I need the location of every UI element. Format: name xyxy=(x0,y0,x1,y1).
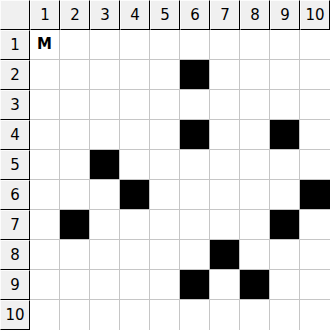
row-header-1: 1 xyxy=(0,30,30,60)
cell-r1c5[interactable] xyxy=(150,30,180,60)
row-header-8: 8 xyxy=(0,240,30,270)
cell-r9c3[interactable] xyxy=(90,270,120,300)
cell-r5c5[interactable] xyxy=(150,150,180,180)
cell-r10c5[interactable] xyxy=(150,300,180,330)
cell-r8c4[interactable] xyxy=(120,240,150,270)
cell-r10c9[interactable] xyxy=(270,300,300,330)
cell-r2c5[interactable] xyxy=(150,60,180,90)
cell-r5c10[interactable] xyxy=(300,150,330,180)
cell-r9c9[interactable] xyxy=(270,270,300,300)
cell-r4c6[interactable] xyxy=(180,120,210,150)
cell-r3c5[interactable] xyxy=(150,90,180,120)
cell-r7c5[interactable] xyxy=(150,210,180,240)
cell-r4c7[interactable] xyxy=(210,120,240,150)
cell-r4c5[interactable] xyxy=(150,120,180,150)
cell-r10c3[interactable] xyxy=(90,300,120,330)
cell-r3c3[interactable] xyxy=(90,90,120,120)
cell-r6c6[interactable] xyxy=(180,180,210,210)
col-header-6: 6 xyxy=(180,0,210,30)
puzzle-board: 123456789101M2345678910 xyxy=(0,0,330,330)
cell-r7c2[interactable] xyxy=(60,210,90,240)
cell-r2c4[interactable] xyxy=(120,60,150,90)
cell-r9c4[interactable] xyxy=(120,270,150,300)
cell-r3c2[interactable] xyxy=(60,90,90,120)
cell-r5c1[interactable] xyxy=(30,150,60,180)
cell-r7c9[interactable] xyxy=(270,210,300,240)
cell-r7c6[interactable] xyxy=(180,210,210,240)
cell-r6c4[interactable] xyxy=(120,180,150,210)
cell-r4c10[interactable] xyxy=(300,120,330,150)
cell-r4c8[interactable] xyxy=(240,120,270,150)
row-header-2: 2 xyxy=(0,60,30,90)
corner-cell xyxy=(0,0,30,30)
cell-r7c8[interactable] xyxy=(240,210,270,240)
cell-r10c7[interactable] xyxy=(210,300,240,330)
cell-r1c10[interactable] xyxy=(300,30,330,60)
cell-r8c1[interactable] xyxy=(30,240,60,270)
cell-r2c8[interactable] xyxy=(240,60,270,90)
cell-r5c6[interactable] xyxy=(180,150,210,180)
cell-r5c7[interactable] xyxy=(210,150,240,180)
cell-r8c2[interactable] xyxy=(60,240,90,270)
row-header-7: 7 xyxy=(0,210,30,240)
col-header-5: 5 xyxy=(150,0,180,30)
cell-r8c8[interactable] xyxy=(240,240,270,270)
cell-r6c10[interactable] xyxy=(300,180,330,210)
cell-r1c6[interactable] xyxy=(180,30,210,60)
row-header-6: 6 xyxy=(0,180,30,210)
col-header-8: 8 xyxy=(240,0,270,30)
cell-r3c10[interactable] xyxy=(300,90,330,120)
cell-r10c10[interactable] xyxy=(300,300,330,330)
cell-r10c6[interactable] xyxy=(180,300,210,330)
cell-r5c3[interactable] xyxy=(90,150,120,180)
row-header-5: 5 xyxy=(0,150,30,180)
cell-r5c9[interactable] xyxy=(270,150,300,180)
cell-r2c2[interactable] xyxy=(60,60,90,90)
cell-r4c1[interactable] xyxy=(30,120,60,150)
cell-r6c7[interactable] xyxy=(210,180,240,210)
row-header-3: 3 xyxy=(0,90,30,120)
cell-r7c3[interactable] xyxy=(90,210,120,240)
col-header-1: 1 xyxy=(30,0,60,30)
cell-r10c1[interactable] xyxy=(30,300,60,330)
cell-r1c4[interactable] xyxy=(120,30,150,60)
cell-r9c7[interactable] xyxy=(210,270,240,300)
cell-r9c5[interactable] xyxy=(150,270,180,300)
cell-r3c1[interactable] xyxy=(30,90,60,120)
cell-r6c1[interactable] xyxy=(30,180,60,210)
cell-r9c2[interactable] xyxy=(60,270,90,300)
cell-r4c9[interactable] xyxy=(270,120,300,150)
cell-r2c3[interactable] xyxy=(90,60,120,90)
cell-r3c6[interactable] xyxy=(180,90,210,120)
cell-r1c1[interactable]: M xyxy=(30,30,60,60)
cell-r7c7[interactable] xyxy=(210,210,240,240)
cell-r1c2[interactable] xyxy=(60,30,90,60)
col-header-2: 2 xyxy=(60,0,90,30)
cell-r2c6[interactable] xyxy=(180,60,210,90)
col-header-10: 10 xyxy=(300,0,330,30)
row-header-9: 9 xyxy=(0,270,30,300)
cell-r8c10[interactable] xyxy=(300,240,330,270)
cell-r1c9[interactable] xyxy=(270,30,300,60)
cell-r10c2[interactable] xyxy=(60,300,90,330)
cell-r4c3[interactable] xyxy=(90,120,120,150)
row-header-10: 10 xyxy=(0,300,30,330)
cell-r6c2[interactable] xyxy=(60,180,90,210)
cell-r3c7[interactable] xyxy=(210,90,240,120)
cell-r3c4[interactable] xyxy=(120,90,150,120)
cell-r9c6[interactable] xyxy=(180,270,210,300)
cell-r8c3[interactable] xyxy=(90,240,120,270)
cell-r8c7[interactable] xyxy=(210,240,240,270)
cell-r3c9[interactable] xyxy=(270,90,300,120)
cell-r10c4[interactable] xyxy=(120,300,150,330)
cell-r7c4[interactable] xyxy=(120,210,150,240)
cell-r2c9[interactable] xyxy=(270,60,300,90)
cell-r8c6[interactable] xyxy=(180,240,210,270)
cell-r6c8[interactable] xyxy=(240,180,270,210)
cell-r1c3[interactable] xyxy=(90,30,120,60)
cell-r10c8[interactable] xyxy=(240,300,270,330)
cell-r4c4[interactable] xyxy=(120,120,150,150)
cell-r8c5[interactable] xyxy=(150,240,180,270)
col-header-9: 9 xyxy=(270,0,300,30)
cell-r4c2[interactable] xyxy=(60,120,90,150)
cell-r2c1[interactable] xyxy=(30,60,60,90)
cell-r7c1[interactable] xyxy=(30,210,60,240)
cell-r6c9[interactable] xyxy=(270,180,300,210)
cell-r9c8[interactable] xyxy=(240,270,270,300)
cell-r3c8[interactable] xyxy=(240,90,270,120)
cell-r1c7[interactable] xyxy=(210,30,240,60)
cell-r8c9[interactable] xyxy=(270,240,300,270)
cell-r2c7[interactable] xyxy=(210,60,240,90)
col-header-4: 4 xyxy=(120,0,150,30)
cell-r6c3[interactable] xyxy=(90,180,120,210)
cell-r9c10[interactable] xyxy=(300,270,330,300)
cell-r2c10[interactable] xyxy=(300,60,330,90)
cell-r7c10[interactable] xyxy=(300,210,330,240)
row-header-4: 4 xyxy=(0,120,30,150)
cell-r5c2[interactable] xyxy=(60,150,90,180)
col-header-3: 3 xyxy=(90,0,120,30)
cell-r9c1[interactable] xyxy=(30,270,60,300)
col-header-7: 7 xyxy=(210,0,240,30)
cell-r5c4[interactable] xyxy=(120,150,150,180)
cell-r6c5[interactable] xyxy=(150,180,180,210)
cell-r5c8[interactable] xyxy=(240,150,270,180)
cell-r1c8[interactable] xyxy=(240,30,270,60)
